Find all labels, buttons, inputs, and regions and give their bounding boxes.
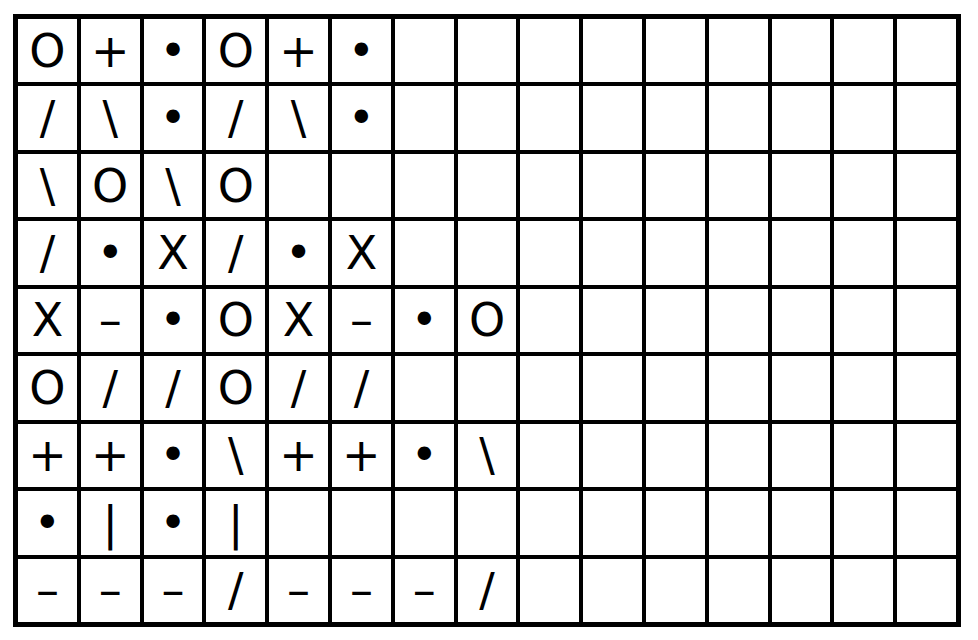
grid-cell-r9c2[interactable]: – [81, 559, 140, 622]
grid-cell-r4c2[interactable]: • [81, 221, 140, 284]
grid-cell-r8c13[interactable] [772, 491, 831, 554]
grid-cell-r4c8[interactable] [458, 221, 517, 284]
grid-cell-r3c13[interactable] [772, 154, 831, 217]
grid-cell-r8c8[interactable] [458, 491, 517, 554]
grid-cell-r5c1[interactable]: X [18, 289, 77, 352]
grid-cell-r1c13[interactable] [772, 19, 831, 82]
grid-cell-r1c2[interactable]: + [81, 19, 140, 82]
grid-cell-r9c6[interactable]: – [332, 559, 391, 622]
grid-cell-r5c3[interactable]: • [144, 289, 203, 352]
grid-cell-r3c12[interactable] [709, 154, 768, 217]
grid-cell-r1c3[interactable]: • [144, 19, 203, 82]
grid-cell-r4c4[interactable]: / [206, 221, 265, 284]
grid-cell-r1c8[interactable] [458, 19, 517, 82]
grid-cell-r5c13[interactable] [772, 289, 831, 352]
grid-cell-r6c13[interactable] [772, 356, 831, 419]
grid-cell-r6c6[interactable]: / [332, 356, 391, 419]
grid-cell-r1c1[interactable]: O [18, 19, 77, 82]
grid-cell-r8c1[interactable]: • [18, 491, 77, 554]
grid-cell-r2c4[interactable]: / [206, 86, 265, 149]
grid-cell-r8c12[interactable] [709, 491, 768, 554]
grid-cell-r9c13[interactable] [772, 559, 831, 622]
grid-cell-r8c3[interactable]: • [144, 491, 203, 554]
grid-cell-r2c12[interactable] [709, 86, 768, 149]
grid-cell-r7c1[interactable]: + [18, 424, 77, 487]
grid-cell-r3c9[interactable] [520, 154, 579, 217]
grid-cell-r1c10[interactable] [583, 19, 642, 82]
grid-cell-r6c12[interactable] [709, 356, 768, 419]
grid-cell-r3c7[interactable] [395, 154, 454, 217]
grid-cell-r1c6[interactable]: • [332, 19, 391, 82]
grid-cell-r7c14[interactable] [834, 424, 893, 487]
grid-cell-r3c15[interactable] [897, 154, 956, 217]
grid-cell-r3c3[interactable]: \ [144, 154, 203, 217]
grid-cell-r3c10[interactable] [583, 154, 642, 217]
grid-cell-r3c11[interactable] [646, 154, 705, 217]
grid-cell-r9c15[interactable] [897, 559, 956, 622]
grid-cell-r4c9[interactable] [520, 221, 579, 284]
grid-cell-r9c10[interactable] [583, 559, 642, 622]
grid-cell-r6c9[interactable] [520, 356, 579, 419]
grid-cell-r4c7[interactable] [395, 221, 454, 284]
grid-cell-r9c12[interactable] [709, 559, 768, 622]
grid-cell-r3c8[interactable] [458, 154, 517, 217]
grid-cell-r5c14[interactable] [834, 289, 893, 352]
grid-cell-r2c1[interactable]: / [18, 86, 77, 149]
grid-cell-r8c6[interactable] [332, 491, 391, 554]
grid-cell-r5c15[interactable] [897, 289, 956, 352]
grid-cell-r4c3[interactable]: X [144, 221, 203, 284]
grid-cell-r7c8[interactable]: \ [458, 424, 517, 487]
grid-cell-r6c5[interactable]: / [269, 356, 328, 419]
grid-cell-r5c5[interactable]: X [269, 289, 328, 352]
grid-cell-r8c10[interactable] [583, 491, 642, 554]
grid-cell-r1c12[interactable] [709, 19, 768, 82]
grid-cell-r1c15[interactable] [897, 19, 956, 82]
grid-cell-r7c9[interactable] [520, 424, 579, 487]
grid-cell-r2c14[interactable] [834, 86, 893, 149]
grid-cell-r1c5[interactable]: + [269, 19, 328, 82]
grid-cell-r7c6[interactable]: + [332, 424, 391, 487]
grid-cell-r9c11[interactable] [646, 559, 705, 622]
grid-cell-r1c4[interactable]: O [206, 19, 265, 82]
grid-cell-r6c15[interactable] [897, 356, 956, 419]
grid-cell-r2c3[interactable]: • [144, 86, 203, 149]
grid-cell-r3c4[interactable]: O [206, 154, 265, 217]
grid-cell-r3c5[interactable] [269, 154, 328, 217]
grid-cell-r4c10[interactable] [583, 221, 642, 284]
grid-cell-r1c14[interactable] [834, 19, 893, 82]
grid-cell-r4c15[interactable] [897, 221, 956, 284]
grid-cell-r7c13[interactable] [772, 424, 831, 487]
grid-cell-r4c6[interactable]: X [332, 221, 391, 284]
grid-cell-r2c13[interactable] [772, 86, 831, 149]
grid-cell-r8c2[interactable]: | [81, 491, 140, 554]
grid-cell-r7c15[interactable] [897, 424, 956, 487]
grid-cell-r6c2[interactable]: / [81, 356, 140, 419]
grid-cell-r4c12[interactable] [709, 221, 768, 284]
grid-cell-r9c8[interactable]: / [458, 559, 517, 622]
grid-cell-r5c7[interactable]: • [395, 289, 454, 352]
grid-cell-r5c12[interactable] [709, 289, 768, 352]
grid-cell-r4c13[interactable] [772, 221, 831, 284]
grid-cell-r8c5[interactable] [269, 491, 328, 554]
grid-cell-r6c4[interactable]: O [206, 356, 265, 419]
grid-cell-r9c7[interactable]: – [395, 559, 454, 622]
grid-cell-r5c10[interactable] [583, 289, 642, 352]
grid-cell-r8c15[interactable] [897, 491, 956, 554]
grid-cell-r2c9[interactable] [520, 86, 579, 149]
grid-cell-r5c6[interactable]: – [332, 289, 391, 352]
grid-cell-r7c12[interactable] [709, 424, 768, 487]
grid-cell-r2c5[interactable]: \ [269, 86, 328, 149]
grid-cell-r3c6[interactable] [332, 154, 391, 217]
grid-cell-r2c8[interactable] [458, 86, 517, 149]
grid-cell-r8c4[interactable]: | [206, 491, 265, 554]
grid-cell-r5c9[interactable] [520, 289, 579, 352]
grid-cell-r7c3[interactable]: • [144, 424, 203, 487]
grid-cell-r8c11[interactable] [646, 491, 705, 554]
grid-cell-r2c2[interactable]: \ [81, 86, 140, 149]
grid-cell-r9c1[interactable]: – [18, 559, 77, 622]
grid-cell-r6c8[interactable] [458, 356, 517, 419]
grid-cell-r1c7[interactable] [395, 19, 454, 82]
grid-cell-r1c9[interactable] [520, 19, 579, 82]
grid-cell-r9c9[interactable] [520, 559, 579, 622]
grid-cell-r2c6[interactable]: • [332, 86, 391, 149]
grid-cell-r5c4[interactable]: O [206, 289, 265, 352]
grid-cell-r6c1[interactable]: O [18, 356, 77, 419]
grid-cell-r1c11[interactable] [646, 19, 705, 82]
grid-cell-r9c3[interactable]: – [144, 559, 203, 622]
grid-cell-r7c10[interactable] [583, 424, 642, 487]
grid-cell-r6c7[interactable] [395, 356, 454, 419]
grid-cell-r2c10[interactable] [583, 86, 642, 149]
grid-cell-r4c11[interactable] [646, 221, 705, 284]
grid-cell-r7c2[interactable]: + [81, 424, 140, 487]
grid-cell-r3c1[interactable]: \ [18, 154, 77, 217]
grid-cell-r9c5[interactable]: – [269, 559, 328, 622]
grid-cell-r6c14[interactable] [834, 356, 893, 419]
grid-cell-r7c11[interactable] [646, 424, 705, 487]
grid-cell-r3c14[interactable] [834, 154, 893, 217]
grid-cell-r6c11[interactable] [646, 356, 705, 419]
grid-cell-r4c5[interactable]: • [269, 221, 328, 284]
grid-cell-r7c5[interactable]: + [269, 424, 328, 487]
grid-cell-r8c14[interactable] [834, 491, 893, 554]
grid-cell-r4c14[interactable] [834, 221, 893, 284]
grid-cell-r7c4[interactable]: \ [206, 424, 265, 487]
grid-cell-r5c11[interactable] [646, 289, 705, 352]
grid-cell-r9c14[interactable] [834, 559, 893, 622]
puzzle-canvas: O+•O+•/\•/\•\O\O/•X/•XX–•OX–•OO//O//++•\… [0, 0, 978, 640]
grid-cell-r8c7[interactable] [395, 491, 454, 554]
grid-cell-r2c15[interactable] [897, 86, 956, 149]
grid-cell-r7c7[interactable]: • [395, 424, 454, 487]
grid-cell-r8c9[interactable] [520, 491, 579, 554]
grid-cell-r6c10[interactable] [583, 356, 642, 419]
grid-cell-r2c11[interactable] [646, 86, 705, 149]
grid-cell-r6c3[interactable]: / [144, 356, 203, 419]
grid-cell-r3c2[interactable]: O [81, 154, 140, 217]
grid-cell-r2c7[interactable] [395, 86, 454, 149]
grid-cell-r5c2[interactable]: – [81, 289, 140, 352]
grid-cell-r4c1[interactable]: / [18, 221, 77, 284]
grid-cell-r9c4[interactable]: / [206, 559, 265, 622]
puzzle-grid: O+•O+•/\•/\•\O\O/•X/•XX–•OX–•OO//O//++•\… [13, 14, 961, 627]
grid-cell-r5c8[interactable]: O [458, 289, 517, 352]
